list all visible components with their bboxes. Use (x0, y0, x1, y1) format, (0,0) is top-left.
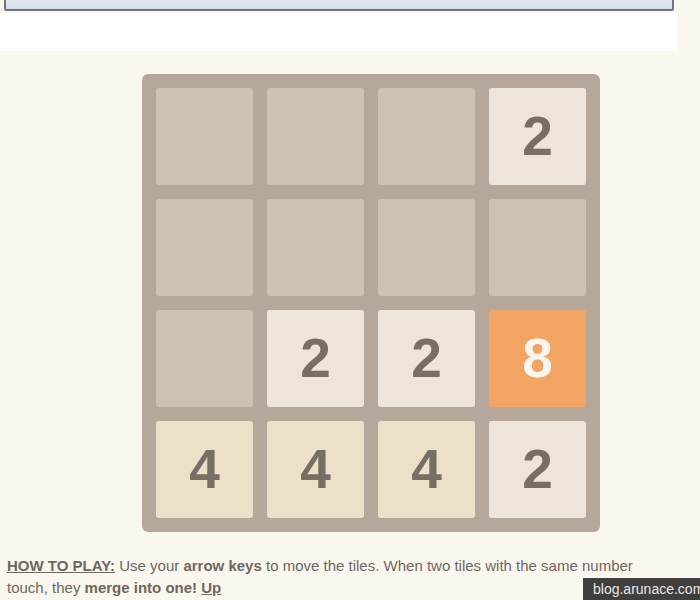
instructions-text: Use your (115, 557, 183, 574)
cell-r1c0 (156, 199, 253, 296)
cell-r3c1: 4 (267, 421, 364, 518)
cell-r0c1 (267, 88, 364, 185)
cell-r3c2: 4 (378, 421, 475, 518)
cell-r2c0 (156, 310, 253, 407)
arrow-keys-bold: arrow keys (183, 557, 261, 574)
cell-r1c2 (378, 199, 475, 296)
cell-r0c3: 2 (489, 88, 586, 185)
watermark-text: blog.arunace.com (593, 581, 700, 597)
instructions-line-1: HOW TO PLAY: Use your arrow keys to move… (7, 555, 695, 577)
cell-r3c3: 2 (489, 421, 586, 518)
watermark-badge: blog.arunace.com (583, 578, 700, 600)
cut-off-top-panel (4, 0, 674, 11)
cell-r2c3: 8 (489, 310, 586, 407)
white-content-band (0, 13, 677, 51)
instructions-text: touch, they (7, 579, 85, 596)
how-to-play-heading: HOW TO PLAY: (7, 557, 115, 574)
instructions-text: to move the tiles. When two tiles with t… (262, 557, 633, 574)
merge-bold: merge into one! (85, 579, 198, 596)
cell-r1c1 (267, 199, 364, 296)
cell-r0c2 (378, 88, 475, 185)
cell-r2c2: 2 (378, 310, 475, 407)
up-link[interactable]: Up (201, 579, 221, 596)
cell-r3c0: 4 (156, 421, 253, 518)
cell-r2c1: 2 (267, 310, 364, 407)
game-board-2048[interactable]: 2 2 2 8 4 4 4 2 (142, 74, 600, 532)
cell-r1c3 (489, 199, 586, 296)
cell-r0c0 (156, 88, 253, 185)
